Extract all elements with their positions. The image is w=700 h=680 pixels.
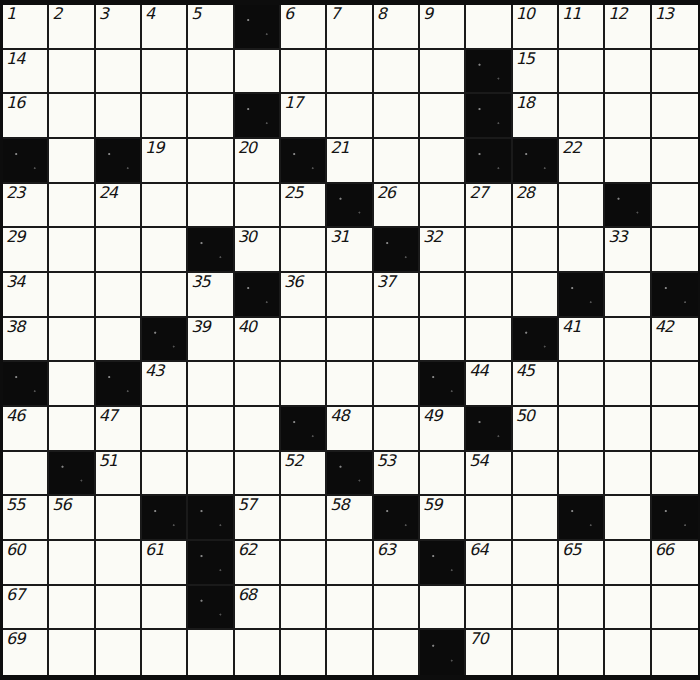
cell-r15c7[interactable]	[281, 630, 327, 675]
cell-r15c13[interactable]	[559, 630, 605, 675]
black-cell-r6c5	[188, 228, 234, 273]
cell-r2c12[interactable]: 15	[513, 50, 559, 95]
black-cell-r7c6	[235, 273, 281, 318]
cell-r5c1[interactable]: 23	[3, 184, 49, 229]
cell-r9c2[interactable]	[49, 362, 95, 407]
crossword-grid: 1234567891011121314151617181920212223242…	[0, 0, 700, 680]
black-cell-r8c12	[513, 318, 559, 363]
clue-number-12: 12	[608, 6, 626, 23]
clue-number-17: 17	[284, 95, 302, 112]
black-cell-r12c5	[188, 496, 234, 541]
cell-r15c5[interactable]	[188, 630, 234, 675]
cell-r13c6[interactable]: 62	[235, 541, 281, 586]
cell-r13c14[interactable]	[605, 541, 651, 586]
cell-r3c13[interactable]	[559, 94, 605, 139]
cell-r11c5[interactable]	[188, 452, 234, 497]
cell-r7c11[interactable]	[466, 273, 512, 318]
cell-r15c6[interactable]	[235, 630, 281, 675]
cell-r11c9[interactable]: 53	[374, 452, 420, 497]
cell-r1c3[interactable]: 3	[96, 5, 142, 50]
cell-r11c15[interactable]	[652, 452, 698, 497]
cell-r14c6[interactable]: 68	[235, 586, 281, 631]
black-cell-r7c15	[652, 273, 698, 318]
cell-r15c12[interactable]	[513, 630, 559, 675]
black-cell-r4c1	[3, 139, 49, 184]
cell-r7c8[interactable]	[327, 273, 373, 318]
black-cell-r15c10	[420, 630, 466, 675]
clue-number-35: 35	[191, 274, 209, 291]
clue-number-51: 51	[99, 453, 117, 470]
cell-r3c4[interactable]	[142, 94, 188, 139]
cell-r5c6[interactable]	[235, 184, 281, 229]
clue-number-29: 29	[6, 229, 24, 246]
clue-number-23: 23	[6, 185, 24, 202]
clue-number-14: 14	[6, 51, 24, 68]
cell-r8c13[interactable]: 41	[559, 318, 605, 363]
cell-r6c7[interactable]	[281, 228, 327, 273]
cell-r12c14[interactable]	[605, 496, 651, 541]
cell-r15c15[interactable]	[652, 630, 698, 675]
cell-r14c4[interactable]	[142, 586, 188, 631]
clue-number-18: 18	[516, 95, 534, 112]
cell-r6c6[interactable]: 30	[235, 228, 281, 273]
cell-r2c15[interactable]	[652, 50, 698, 95]
cell-r10c15[interactable]	[652, 407, 698, 452]
cell-r8c6[interactable]: 40	[235, 318, 281, 363]
cell-r6c12[interactable]	[513, 228, 559, 273]
cell-r10c2[interactable]	[49, 407, 95, 452]
cell-r14c15[interactable]	[652, 586, 698, 631]
cell-r7c12[interactable]	[513, 273, 559, 318]
clue-number-37: 37	[377, 274, 395, 291]
cell-r13c13[interactable]: 65	[559, 541, 605, 586]
cell-r1c8[interactable]: 7	[327, 5, 373, 50]
cell-r2c1[interactable]: 14	[3, 50, 49, 95]
cell-r8c1[interactable]: 38	[3, 318, 49, 363]
cell-r15c11[interactable]: 70	[466, 630, 512, 675]
cell-r5c7[interactable]: 25	[281, 184, 327, 229]
cell-r9c5[interactable]	[188, 362, 234, 407]
cell-r9c9[interactable]	[374, 362, 420, 407]
cell-r4c5[interactable]	[188, 139, 234, 184]
cell-r5c2[interactable]	[49, 184, 95, 229]
clue-number-26: 26	[377, 185, 395, 202]
clue-number-45: 45	[516, 363, 534, 380]
cell-r14c12[interactable]	[513, 586, 559, 631]
cell-r1c12[interactable]: 10	[513, 5, 559, 50]
cell-r8c8[interactable]	[327, 318, 373, 363]
clue-number-33: 33	[608, 229, 626, 246]
cell-r1c7[interactable]: 6	[281, 5, 327, 50]
cell-r6c2[interactable]	[49, 228, 95, 273]
cell-r14c9[interactable]	[374, 586, 420, 631]
clue-number-38: 38	[6, 319, 24, 336]
clue-number-52: 52	[284, 453, 302, 470]
cell-r4c10[interactable]	[420, 139, 466, 184]
black-cell-r8c4	[142, 318, 188, 363]
black-cell-r14c5	[188, 586, 234, 631]
cell-r1c10[interactable]: 9	[420, 5, 466, 50]
cell-r1c1[interactable]: 1	[3, 5, 49, 50]
clue-number-47: 47	[99, 408, 117, 425]
cell-r4c15[interactable]	[652, 139, 698, 184]
black-cell-r13c5	[188, 541, 234, 586]
cell-r2c7[interactable]	[281, 50, 327, 95]
clue-number-41: 41	[562, 319, 580, 336]
clue-number-30: 30	[238, 229, 256, 246]
cell-r15c8[interactable]	[327, 630, 373, 675]
cell-r11c1[interactable]	[3, 452, 49, 497]
cell-r5c5[interactable]	[188, 184, 234, 229]
cell-r10c10[interactable]: 49	[420, 407, 466, 452]
black-cell-r11c2	[49, 452, 95, 497]
clue-number-34: 34	[6, 274, 24, 291]
clue-number-55: 55	[6, 497, 24, 514]
black-cell-r3c11	[466, 94, 512, 139]
clue-number-69: 69	[6, 631, 24, 648]
cell-r9c11[interactable]: 44	[466, 362, 512, 407]
cell-r11c6[interactable]	[235, 452, 281, 497]
cell-r6c4[interactable]	[142, 228, 188, 273]
cell-r4c2[interactable]	[49, 139, 95, 184]
clue-number-21: 21	[330, 140, 348, 157]
cell-r3c14[interactable]	[605, 94, 651, 139]
cell-r13c7[interactable]	[281, 541, 327, 586]
clue-number-40: 40	[238, 319, 256, 336]
cell-r15c1[interactable]: 69	[3, 630, 49, 675]
cell-r6c15[interactable]	[652, 228, 698, 273]
cell-r2c14[interactable]	[605, 50, 651, 95]
clue-number-3: 3	[99, 6, 108, 23]
cell-r7c2[interactable]	[49, 273, 95, 318]
black-cell-r9c10	[420, 362, 466, 407]
clue-number-10: 10	[516, 6, 534, 23]
cell-r15c3[interactable]	[96, 630, 142, 675]
cell-r13c3[interactable]	[96, 541, 142, 586]
cell-r5c11[interactable]: 27	[466, 184, 512, 229]
clue-number-39: 39	[191, 319, 209, 336]
cell-r10c8[interactable]: 48	[327, 407, 373, 452]
cell-r1c2[interactable]: 2	[49, 5, 95, 50]
clue-number-64: 64	[469, 542, 487, 559]
cell-r1c13[interactable]: 11	[559, 5, 605, 50]
clue-number-32: 32	[423, 229, 441, 246]
clue-number-48: 48	[330, 408, 348, 425]
black-cell-r10c11	[466, 407, 512, 452]
cell-r3c12[interactable]: 18	[513, 94, 559, 139]
cell-r9c15[interactable]	[652, 362, 698, 407]
clue-number-66: 66	[655, 542, 673, 559]
cell-r13c11[interactable]: 64	[466, 541, 512, 586]
clue-number-49: 49	[423, 408, 441, 425]
cell-r14c10[interactable]	[420, 586, 466, 631]
cell-r5c3[interactable]: 24	[96, 184, 142, 229]
cell-r6c10[interactable]: 32	[420, 228, 466, 273]
clue-number-15: 15	[516, 51, 534, 68]
cell-r2c13[interactable]	[559, 50, 605, 95]
cell-r15c2[interactable]	[49, 630, 95, 675]
cell-r14c13[interactable]	[559, 586, 605, 631]
clue-number-57: 57	[238, 497, 256, 514]
cell-r3c3[interactable]	[96, 94, 142, 139]
clue-number-5: 5	[191, 6, 200, 23]
cell-r1c5[interactable]: 5	[188, 5, 234, 50]
cell-r13c15[interactable]: 66	[652, 541, 698, 586]
clue-number-31: 31	[330, 229, 348, 246]
cell-r14c8[interactable]	[327, 586, 373, 631]
clue-number-16: 16	[6, 95, 24, 112]
black-cell-r4c12	[513, 139, 559, 184]
cell-r1c15[interactable]: 13	[652, 5, 698, 50]
cell-r3c15[interactable]	[652, 94, 698, 139]
cell-r8c10[interactable]	[420, 318, 466, 363]
clue-number-7: 7	[330, 6, 339, 23]
cell-r11c4[interactable]	[142, 452, 188, 497]
cell-r11c13[interactable]	[559, 452, 605, 497]
cell-r4c6[interactable]: 20	[235, 139, 281, 184]
cell-r2c9[interactable]	[374, 50, 420, 95]
clue-number-63: 63	[377, 542, 395, 559]
black-cell-r9c1	[3, 362, 49, 407]
cell-r2c4[interactable]	[142, 50, 188, 95]
cell-r6c3[interactable]	[96, 228, 142, 273]
cell-r2c6[interactable]	[235, 50, 281, 95]
cell-r8c11[interactable]	[466, 318, 512, 363]
cell-r3c7[interactable]: 17	[281, 94, 327, 139]
cell-r14c14[interactable]	[605, 586, 651, 631]
black-cell-r2c11	[466, 50, 512, 95]
cell-r4c8[interactable]: 21	[327, 139, 373, 184]
cell-r3c10[interactable]	[420, 94, 466, 139]
cell-r13c9[interactable]: 63	[374, 541, 420, 586]
clue-number-1: 1	[6, 6, 15, 23]
cell-r2c8[interactable]	[327, 50, 373, 95]
clue-number-27: 27	[469, 185, 487, 202]
cell-r15c14[interactable]	[605, 630, 651, 675]
cell-r8c3[interactable]	[96, 318, 142, 363]
cell-r8c7[interactable]	[281, 318, 327, 363]
cell-r5c12[interactable]: 28	[513, 184, 559, 229]
cell-r6c13[interactable]	[559, 228, 605, 273]
cell-r3c2[interactable]	[49, 94, 95, 139]
cell-r11c10[interactable]	[420, 452, 466, 497]
cell-r13c12[interactable]	[513, 541, 559, 586]
cell-r6c8[interactable]: 31	[327, 228, 373, 273]
clue-number-54: 54	[469, 453, 487, 470]
cell-r7c3[interactable]	[96, 273, 142, 318]
cell-r7c5[interactable]: 35	[188, 273, 234, 318]
cell-r7c4[interactable]	[142, 273, 188, 318]
cell-r10c13[interactable]	[559, 407, 605, 452]
clue-number-68: 68	[238, 587, 256, 604]
clue-number-8: 8	[377, 6, 386, 23]
cell-r9c14[interactable]	[605, 362, 651, 407]
cell-r8c2[interactable]	[49, 318, 95, 363]
cell-r11c11[interactable]: 54	[466, 452, 512, 497]
cell-r2c3[interactable]	[96, 50, 142, 95]
cell-r7c7[interactable]: 36	[281, 273, 327, 318]
cell-r12c3[interactable]	[96, 496, 142, 541]
cell-r3c1[interactable]: 16	[3, 94, 49, 139]
cell-r11c3[interactable]: 51	[96, 452, 142, 497]
cell-r13c8[interactable]	[327, 541, 373, 586]
cell-r7c10[interactable]	[420, 273, 466, 318]
clue-number-36: 36	[284, 274, 302, 291]
cell-r5c13[interactable]	[559, 184, 605, 229]
cell-r10c4[interactable]	[142, 407, 188, 452]
black-cell-r11c8	[327, 452, 373, 497]
cell-r9c6[interactable]	[235, 362, 281, 407]
cell-r10c6[interactable]	[235, 407, 281, 452]
black-cell-r5c14	[605, 184, 651, 229]
black-cell-r1c6	[235, 5, 281, 50]
cell-r4c14[interactable]	[605, 139, 651, 184]
black-cell-r4c7	[281, 139, 327, 184]
cell-r7c14[interactable]	[605, 273, 651, 318]
cell-r10c9[interactable]	[374, 407, 420, 452]
black-cell-r12c13	[559, 496, 605, 541]
cell-r12c6[interactable]: 57	[235, 496, 281, 541]
cell-r12c8[interactable]: 58	[327, 496, 373, 541]
cell-r14c2[interactable]	[49, 586, 95, 631]
cell-r6c1[interactable]: 29	[3, 228, 49, 273]
clue-number-22: 22	[562, 140, 580, 157]
cell-r9c4[interactable]: 43	[142, 362, 188, 407]
clue-number-9: 9	[423, 6, 432, 23]
cell-r13c4[interactable]: 61	[142, 541, 188, 586]
black-cell-r4c11	[466, 139, 512, 184]
cell-r12c12[interactable]	[513, 496, 559, 541]
clue-number-6: 6	[284, 6, 293, 23]
cell-r1c4[interactable]: 4	[142, 5, 188, 50]
cell-r1c14[interactable]: 12	[605, 5, 651, 50]
cell-r12c7[interactable]	[281, 496, 327, 541]
cell-r9c7[interactable]	[281, 362, 327, 407]
cell-r5c15[interactable]	[652, 184, 698, 229]
clue-number-67: 67	[6, 587, 24, 604]
clue-number-20: 20	[238, 140, 256, 157]
clue-number-13: 13	[655, 6, 673, 23]
cell-r10c5[interactable]	[188, 407, 234, 452]
clue-number-42: 42	[655, 319, 673, 336]
cell-r1c11[interactable]	[466, 5, 512, 50]
cell-r10c3[interactable]: 47	[96, 407, 142, 452]
clue-number-50: 50	[516, 408, 534, 425]
cell-r3c5[interactable]	[188, 94, 234, 139]
clue-number-28: 28	[516, 185, 534, 202]
black-cell-r4c3	[96, 139, 142, 184]
cell-r12c2[interactable]: 56	[49, 496, 95, 541]
clue-number-19: 19	[145, 140, 163, 157]
black-cell-r3c6	[235, 94, 281, 139]
clue-number-65: 65	[562, 542, 580, 559]
black-cell-r9c3	[96, 362, 142, 407]
clue-number-25: 25	[284, 185, 302, 202]
clue-number-46: 46	[6, 408, 24, 425]
clue-number-62: 62	[238, 542, 256, 559]
cell-r9c12[interactable]: 45	[513, 362, 559, 407]
cell-r8c15[interactable]: 42	[652, 318, 698, 363]
black-cell-r12c9	[374, 496, 420, 541]
clue-number-44: 44	[469, 363, 487, 380]
cell-r10c12[interactable]: 50	[513, 407, 559, 452]
clue-number-61: 61	[145, 542, 163, 559]
cell-r15c9[interactable]	[374, 630, 420, 675]
cell-r4c9[interactable]	[374, 139, 420, 184]
cell-r14c1[interactable]: 67	[3, 586, 49, 631]
cell-r14c3[interactable]	[96, 586, 142, 631]
black-cell-r7c13	[559, 273, 605, 318]
clue-number-2: 2	[52, 6, 61, 23]
clue-number-43: 43	[145, 363, 163, 380]
cell-r6c11[interactable]	[466, 228, 512, 273]
black-cell-r12c15	[652, 496, 698, 541]
clue-number-60: 60	[6, 542, 24, 559]
cell-r9c13[interactable]	[559, 362, 605, 407]
cell-r11c12[interactable]	[513, 452, 559, 497]
clue-number-56: 56	[52, 497, 70, 514]
black-cell-r5c8	[327, 184, 373, 229]
cell-r12c11[interactable]	[466, 496, 512, 541]
cell-r15c4[interactable]	[142, 630, 188, 675]
clue-number-58: 58	[330, 497, 348, 514]
cell-r5c4[interactable]	[142, 184, 188, 229]
cell-r3c8[interactable]	[327, 94, 373, 139]
cell-r13c2[interactable]	[49, 541, 95, 586]
black-cell-r13c10	[420, 541, 466, 586]
cell-r2c5[interactable]	[188, 50, 234, 95]
clue-number-59: 59	[423, 497, 441, 514]
clue-number-24: 24	[99, 185, 117, 202]
black-cell-r6c9	[374, 228, 420, 273]
cell-r8c14[interactable]	[605, 318, 651, 363]
cell-r8c9[interactable]	[374, 318, 420, 363]
cell-r11c14[interactable]	[605, 452, 651, 497]
cell-r6c14[interactable]: 33	[605, 228, 651, 273]
black-cell-r10c7	[281, 407, 327, 452]
cell-r1c9[interactable]: 8	[374, 5, 420, 50]
cell-r10c14[interactable]	[605, 407, 651, 452]
cell-r13c1[interactable]: 60	[3, 541, 49, 586]
cell-r8c5[interactable]: 39	[188, 318, 234, 363]
cell-r5c9[interactable]: 26	[374, 184, 420, 229]
cell-r4c13[interactable]: 22	[559, 139, 605, 184]
cell-r7c1[interactable]: 34	[3, 273, 49, 318]
clue-number-53: 53	[377, 453, 395, 470]
cell-r3c9[interactable]	[374, 94, 420, 139]
cell-r7c9[interactable]: 37	[374, 273, 420, 318]
clue-number-4: 4	[145, 6, 154, 23]
clue-number-11: 11	[562, 6, 580, 23]
cell-r11c7[interactable]: 52	[281, 452, 327, 497]
cell-r14c11[interactable]	[466, 586, 512, 631]
cell-r2c2[interactable]	[49, 50, 95, 95]
cell-r10c1[interactable]: 46	[3, 407, 49, 452]
cell-r12c10[interactable]: 59	[420, 496, 466, 541]
cell-r9c8[interactable]	[327, 362, 373, 407]
cell-r14c7[interactable]	[281, 586, 327, 631]
cell-r4c4[interactable]: 19	[142, 139, 188, 184]
black-cell-r12c4	[142, 496, 188, 541]
cell-r2c10[interactable]	[420, 50, 466, 95]
cell-r12c1[interactable]: 55	[3, 496, 49, 541]
clue-number-70: 70	[469, 631, 487, 648]
cell-r5c10[interactable]	[420, 184, 466, 229]
